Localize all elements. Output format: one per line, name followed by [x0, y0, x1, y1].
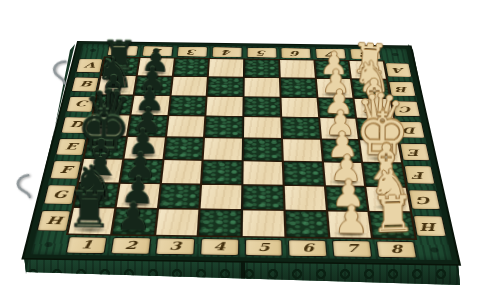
file-label-right-a: A	[386, 63, 411, 76]
rank-label-top-1: 1	[108, 46, 138, 56]
rank-label-top-6: 6	[282, 48, 311, 58]
rank-label-top-3: 3	[177, 47, 206, 57]
chess-set-photo: 12345678 ABCDEFGH ♜♟♟♜♞♟♟♞♝♟♟♝♛♟♟♛♚♟♟♚♝♟…	[0, 0, 480, 288]
file-label-right-b: B	[389, 82, 415, 96]
square-h4[interactable]	[199, 210, 241, 236]
rank-label-bottom-8: 8	[377, 242, 416, 258]
rank-label-bottom-5: 5	[245, 240, 282, 256]
square-d5[interactable]	[244, 117, 281, 138]
rank-label-top-8: 8	[351, 49, 381, 59]
rank-label-bottom-3: 3	[156, 238, 194, 254]
square-h2[interactable]: ♟	[112, 209, 156, 235]
white-pawn[interactable]: ♟	[316, 201, 385, 238]
rank-label-bottom-6: 6	[289, 240, 326, 256]
rank-label-top-7: 7	[316, 49, 345, 59]
rank-label-bottom-7: 7	[333, 241, 371, 257]
rank-label-bottom-1: 1	[67, 237, 106, 253]
board-frame: 12345678 ABCDEFGH ♜♟♟♜♞♟♟♞♝♟♟♝♛♟♟♛♚♟♟♚♝♟…	[24, 42, 459, 264]
frame-corner	[417, 240, 452, 260]
square-c4[interactable]	[207, 96, 243, 116]
square-d4[interactable]	[205, 117, 242, 138]
rank-label-top-4: 4	[212, 47, 241, 57]
square-f5[interactable]	[243, 161, 282, 184]
frame-corner	[31, 235, 66, 255]
black-pawn[interactable]: ♟	[99, 198, 168, 235]
square-f4[interactable]	[202, 161, 241, 184]
chess-board: 12345678 ABCDEFGH ♜♟♟♜♞♟♟♞♝♟♟♝♛♟♟♛♚♟♟♚♝♟…	[24, 42, 459, 264]
square-a4[interactable]	[209, 59, 243, 77]
square-e5[interactable]	[244, 139, 282, 161]
board-perspective-wrapper: 12345678 ABCDEFGH ♜♟♟♜♞♟♟♞♝♟♟♝♛♟♟♛♚♟♟♚♝♟…	[0, 0, 480, 288]
square-a5[interactable]	[245, 59, 279, 77]
rank-label-bottom-4: 4	[201, 239, 238, 255]
playing-area: ♜♟♟♜♞♟♟♞♝♟♟♝♛♟♟♛♚♟♟♚♝♟♟♝♞♟♟♞♜♟♟♜	[66, 57, 417, 240]
rank-label-top-5: 5	[247, 48, 276, 58]
rank-label-top-2: 2	[143, 46, 173, 56]
square-h7[interactable]: ♟	[328, 212, 371, 238]
square-h5[interactable]	[243, 211, 284, 237]
rank-label-bottom-2: 2	[111, 238, 149, 254]
square-b5[interactable]	[245, 78, 280, 97]
square-c5[interactable]	[244, 97, 280, 117]
square-e4[interactable]	[204, 138, 242, 160]
square-b4[interactable]	[208, 77, 243, 96]
square-g5[interactable]	[243, 185, 283, 210]
square-g4[interactable]	[201, 185, 241, 210]
